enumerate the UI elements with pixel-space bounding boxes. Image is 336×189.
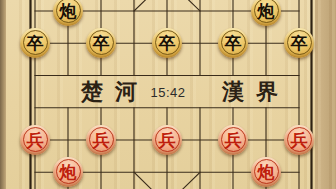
piece-red-soldier[interactable]: 兵 — [152, 125, 182, 155]
piece-char: 炮 — [258, 164, 275, 181]
piece-red-soldier[interactable]: 兵 — [20, 125, 50, 155]
board-grid: 炮炮卒卒卒卒卒兵兵兵兵兵炮炮 — [19, 0, 316, 188]
piece-red-cannon[interactable]: 炮 — [251, 157, 281, 187]
piece-char: 卒 — [291, 35, 308, 52]
piece-char: 卒 — [159, 35, 176, 52]
xiangqi-board: 楚河 15:42 漢界 炮炮卒卒卒卒卒兵兵兵兵兵炮炮 — [0, 0, 336, 189]
piece-black-soldier[interactable]: 卒 — [86, 28, 116, 58]
piece-black-cannon[interactable]: 炮 — [53, 0, 83, 26]
piece-char: 卒 — [93, 35, 110, 52]
piece-black-soldier[interactable]: 卒 — [20, 28, 50, 58]
piece-black-soldier[interactable]: 卒 — [218, 28, 248, 58]
piece-char: 兵 — [93, 132, 110, 149]
piece-char: 兵 — [27, 132, 44, 149]
piece-char: 炮 — [60, 164, 77, 181]
piece-char: 兵 — [159, 132, 176, 149]
piece-red-cannon[interactable]: 炮 — [53, 157, 83, 187]
piece-char: 兵 — [291, 132, 308, 149]
piece-red-soldier[interactable]: 兵 — [86, 125, 116, 155]
piece-char: 卒 — [27, 35, 44, 52]
piece-char: 卒 — [225, 35, 242, 52]
piece-red-soldier[interactable]: 兵 — [284, 125, 314, 155]
piece-black-soldier[interactable]: 卒 — [152, 28, 182, 58]
piece-char: 兵 — [225, 132, 242, 149]
piece-red-soldier[interactable]: 兵 — [218, 125, 248, 155]
piece-black-soldier[interactable]: 卒 — [284, 28, 314, 58]
piece-black-cannon[interactable]: 炮 — [251, 0, 281, 26]
piece-char: 炮 — [258, 3, 275, 20]
piece-char: 炮 — [60, 3, 77, 20]
